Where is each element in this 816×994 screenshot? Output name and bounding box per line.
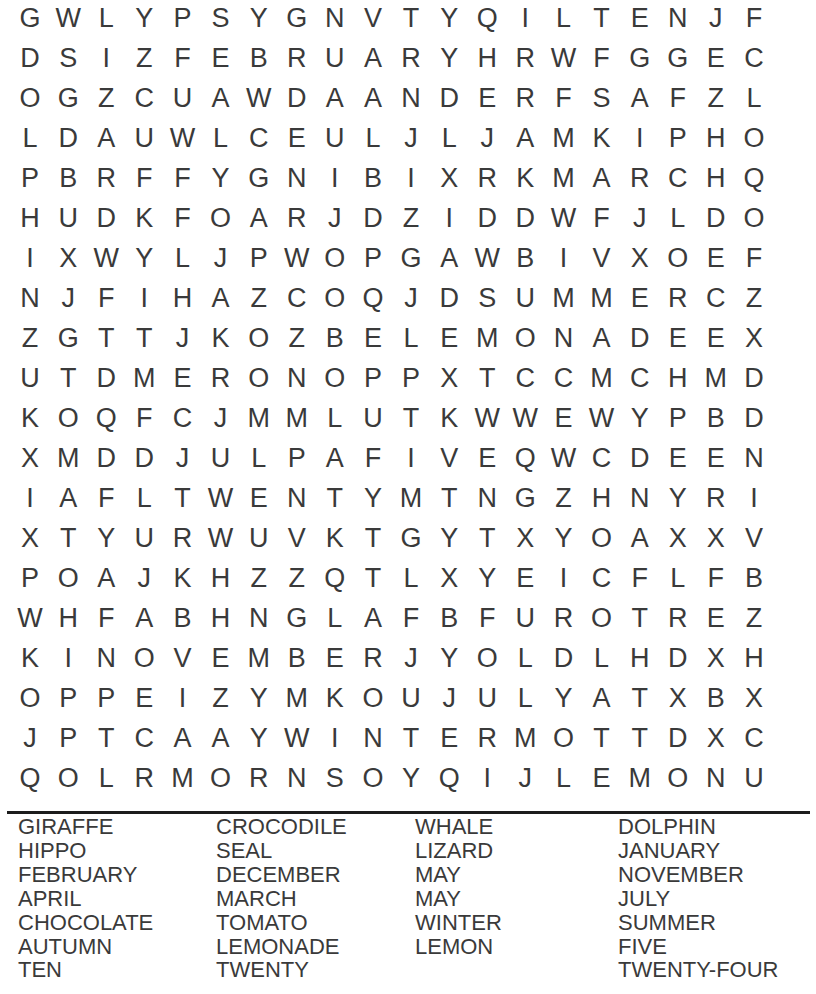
grid-cell[interactable]: D: [49, 118, 87, 158]
grid-cell[interactable]: W: [240, 78, 278, 118]
grid-cell[interactable]: X: [430, 558, 468, 598]
grid-cell[interactable]: P: [354, 358, 392, 398]
grid-cell[interactable]: I: [392, 158, 430, 198]
grid-cell[interactable]: F: [125, 158, 163, 198]
grid-cell[interactable]: O: [582, 598, 620, 638]
grid-cell[interactable]: Y: [430, 638, 468, 678]
grid-cell[interactable]: A: [621, 518, 659, 558]
grid-cell[interactable]: P: [392, 358, 430, 398]
grid-cell[interactable]: L: [354, 118, 392, 158]
grid-cell[interactable]: T: [49, 518, 87, 558]
grid-cell[interactable]: W: [468, 238, 506, 278]
grid-cell[interactable]: F: [163, 198, 201, 238]
grid-cell[interactable]: A: [87, 558, 125, 598]
grid-cell[interactable]: A: [49, 478, 87, 518]
grid-cell[interactable]: M: [240, 638, 278, 678]
grid-cell[interactable]: Z: [11, 318, 49, 358]
grid-cell[interactable]: Q: [430, 758, 468, 798]
grid-cell[interactable]: R: [468, 718, 506, 758]
grid-cell[interactable]: D: [125, 438, 163, 478]
grid-cell[interactable]: D: [735, 398, 773, 438]
grid-cell[interactable]: M: [163, 758, 201, 798]
grid-cell[interactable]: C: [697, 278, 735, 318]
grid-cell[interactable]: C: [735, 38, 773, 78]
grid-cell[interactable]: K: [430, 398, 468, 438]
grid-cell[interactable]: U: [49, 198, 87, 238]
grid-cell[interactable]: R: [87, 158, 125, 198]
grid-cell[interactable]: I: [316, 158, 354, 198]
grid-cell[interactable]: Z: [87, 78, 125, 118]
grid-cell[interactable]: P: [11, 158, 49, 198]
grid-cell[interactable]: L: [735, 78, 773, 118]
grid-cell[interactable]: U: [468, 678, 506, 718]
grid-cell[interactable]: E: [354, 318, 392, 358]
grid-cell[interactable]: L: [125, 478, 163, 518]
grid-cell[interactable]: D: [621, 318, 659, 358]
grid-cell[interactable]: Y: [240, 718, 278, 758]
grid-cell[interactable]: B: [278, 638, 316, 678]
grid-cell[interactable]: Z: [735, 278, 773, 318]
grid-cell[interactable]: G: [278, 0, 316, 38]
grid-cell[interactable]: P: [354, 238, 392, 278]
grid-cell[interactable]: R: [354, 638, 392, 678]
grid-cell[interactable]: D: [87, 198, 125, 238]
grid-cell[interactable]: L: [163, 238, 201, 278]
grid-cell[interactable]: X: [11, 518, 49, 558]
grid-cell[interactable]: N: [621, 478, 659, 518]
grid-cell[interactable]: P: [49, 678, 87, 718]
grid-cell[interactable]: O: [316, 238, 354, 278]
grid-cell[interactable]: H: [163, 278, 201, 318]
grid-cell[interactable]: F: [621, 558, 659, 598]
grid-cell[interactable]: O: [49, 558, 87, 598]
grid-cell[interactable]: C: [582, 438, 620, 478]
grid-cell[interactable]: I: [544, 558, 582, 598]
grid-cell[interactable]: G: [392, 518, 430, 558]
grid-cell[interactable]: Y: [240, 678, 278, 718]
grid-cell[interactable]: L: [316, 598, 354, 638]
grid-cell[interactable]: C: [582, 558, 620, 598]
grid-cell[interactable]: O: [544, 718, 582, 758]
grid-cell[interactable]: O: [735, 118, 773, 158]
grid-cell[interactable]: I: [544, 238, 582, 278]
grid-cell[interactable]: U: [392, 678, 430, 718]
grid-cell[interactable]: M: [506, 718, 544, 758]
grid-cell[interactable]: F: [163, 38, 201, 78]
grid-cell[interactable]: X: [697, 518, 735, 558]
grid-cell[interactable]: A: [582, 318, 620, 358]
grid-cell[interactable]: K: [163, 558, 201, 598]
grid-cell[interactable]: G: [506, 478, 544, 518]
grid-cell[interactable]: J: [125, 558, 163, 598]
grid-cell[interactable]: K: [316, 678, 354, 718]
grid-cell[interactable]: T: [392, 398, 430, 438]
grid-cell[interactable]: J: [163, 318, 201, 358]
grid-cell[interactable]: W: [49, 0, 87, 38]
grid-cell[interactable]: E: [468, 438, 506, 478]
grid-cell[interactable]: F: [87, 598, 125, 638]
grid-cell[interactable]: C: [163, 398, 201, 438]
grid-cell[interactable]: C: [125, 718, 163, 758]
grid-cell[interactable]: C: [621, 358, 659, 398]
grid-cell[interactable]: A: [201, 278, 239, 318]
grid-cell[interactable]: M: [278, 678, 316, 718]
grid-cell[interactable]: N: [278, 758, 316, 798]
grid-cell[interactable]: D: [87, 358, 125, 398]
grid-cell[interactable]: U: [316, 38, 354, 78]
grid-cell[interactable]: K: [316, 518, 354, 558]
grid-cell[interactable]: C: [659, 158, 697, 198]
grid-cell[interactable]: P: [278, 438, 316, 478]
grid-cell[interactable]: D: [278, 78, 316, 118]
grid-cell[interactable]: E: [125, 678, 163, 718]
grid-cell[interactable]: P: [659, 118, 697, 158]
grid-cell[interactable]: G: [278, 598, 316, 638]
grid-cell[interactable]: O: [49, 398, 87, 438]
grid-cell[interactable]: L: [87, 0, 125, 38]
grid-cell[interactable]: A: [163, 718, 201, 758]
grid-cell[interactable]: B: [240, 38, 278, 78]
grid-cell[interactable]: B: [163, 598, 201, 638]
grid-cell[interactable]: Q: [735, 158, 773, 198]
grid-cell[interactable]: H: [621, 638, 659, 678]
grid-cell[interactable]: W: [506, 398, 544, 438]
grid-cell[interactable]: D: [659, 718, 697, 758]
grid-cell[interactable]: H: [697, 158, 735, 198]
grid-cell[interactable]: N: [735, 438, 773, 478]
grid-cell[interactable]: F: [735, 238, 773, 278]
grid-cell[interactable]: W: [544, 438, 582, 478]
grid-cell[interactable]: K: [201, 318, 239, 358]
grid-cell[interactable]: J: [201, 238, 239, 278]
grid-cell[interactable]: O: [506, 318, 544, 358]
grid-cell[interactable]: H: [49, 598, 87, 638]
grid-cell[interactable]: L: [430, 118, 468, 158]
grid-cell[interactable]: E: [621, 0, 659, 38]
grid-cell[interactable]: E: [430, 718, 468, 758]
grid-cell[interactable]: H: [201, 558, 239, 598]
grid-cell[interactable]: C: [240, 118, 278, 158]
grid-cell[interactable]: H: [582, 478, 620, 518]
grid-cell[interactable]: G: [49, 78, 87, 118]
grid-cell[interactable]: B: [735, 558, 773, 598]
grid-cell[interactable]: M: [49, 438, 87, 478]
grid-cell[interactable]: O: [11, 78, 49, 118]
grid-cell[interactable]: Z: [735, 598, 773, 638]
grid-cell[interactable]: U: [240, 518, 278, 558]
grid-cell[interactable]: S: [201, 0, 239, 38]
grid-cell[interactable]: H: [468, 38, 506, 78]
grid-cell[interactable]: D: [544, 638, 582, 678]
grid-cell[interactable]: L: [87, 758, 125, 798]
grid-cell[interactable]: O: [735, 198, 773, 238]
grid-cell[interactable]: S: [49, 38, 87, 78]
grid-cell[interactable]: Q: [506, 438, 544, 478]
grid-cell[interactable]: P: [163, 0, 201, 38]
grid-cell[interactable]: D: [735, 358, 773, 398]
grid-cell[interactable]: L: [11, 118, 49, 158]
grid-cell[interactable]: N: [278, 158, 316, 198]
grid-cell[interactable]: Y: [544, 678, 582, 718]
grid-cell[interactable]: P: [49, 718, 87, 758]
grid-cell[interactable]: N: [240, 598, 278, 638]
grid-cell[interactable]: R: [506, 38, 544, 78]
grid-cell[interactable]: A: [316, 438, 354, 478]
grid-cell[interactable]: D: [659, 638, 697, 678]
grid-cell[interactable]: L: [506, 638, 544, 678]
grid-cell[interactable]: Y: [544, 518, 582, 558]
grid-cell[interactable]: P: [87, 678, 125, 718]
grid-cell[interactable]: A: [354, 598, 392, 638]
grid-cell[interactable]: P: [659, 398, 697, 438]
grid-cell[interactable]: E: [697, 238, 735, 278]
grid-cell[interactable]: D: [11, 38, 49, 78]
grid-cell[interactable]: J: [49, 278, 87, 318]
grid-cell[interactable]: L: [659, 558, 697, 598]
grid-cell[interactable]: N: [468, 478, 506, 518]
grid-cell[interactable]: Y: [659, 478, 697, 518]
grid-cell[interactable]: E: [506, 558, 544, 598]
grid-cell[interactable]: J: [11, 718, 49, 758]
grid-cell[interactable]: R: [659, 598, 697, 638]
grid-cell[interactable]: X: [430, 158, 468, 198]
grid-cell[interactable]: E: [430, 318, 468, 358]
grid-cell[interactable]: B: [506, 238, 544, 278]
grid-cell[interactable]: E: [240, 478, 278, 518]
grid-cell[interactable]: Z: [278, 318, 316, 358]
grid-cell[interactable]: C: [125, 78, 163, 118]
grid-cell[interactable]: E: [201, 38, 239, 78]
grid-cell[interactable]: K: [506, 158, 544, 198]
grid-cell[interactable]: X: [430, 358, 468, 398]
grid-cell[interactable]: B: [316, 318, 354, 358]
grid-cell[interactable]: Y: [392, 758, 430, 798]
grid-cell[interactable]: E: [697, 598, 735, 638]
grid-cell[interactable]: D: [621, 438, 659, 478]
grid-cell[interactable]: N: [278, 478, 316, 518]
grid-cell[interactable]: N: [544, 318, 582, 358]
grid-cell[interactable]: B: [430, 598, 468, 638]
grid-cell[interactable]: R: [544, 598, 582, 638]
grid-cell[interactable]: T: [392, 718, 430, 758]
grid-cell[interactable]: P: [240, 238, 278, 278]
grid-cell[interactable]: K: [11, 638, 49, 678]
grid-cell[interactable]: I: [430, 198, 468, 238]
grid-cell[interactable]: Z: [240, 278, 278, 318]
grid-cell[interactable]: N: [87, 638, 125, 678]
grid-cell[interactable]: I: [87, 38, 125, 78]
grid-cell[interactable]: F: [125, 398, 163, 438]
grid-cell[interactable]: N: [11, 278, 49, 318]
grid-cell[interactable]: S: [468, 278, 506, 318]
grid-cell[interactable]: Y: [430, 518, 468, 558]
grid-cell[interactable]: J: [163, 438, 201, 478]
grid-cell[interactable]: W: [468, 398, 506, 438]
grid-cell[interactable]: A: [506, 118, 544, 158]
grid-cell[interactable]: X: [697, 638, 735, 678]
grid-cell[interactable]: Y: [240, 0, 278, 38]
grid-cell[interactable]: E: [659, 318, 697, 358]
grid-cell[interactable]: N: [316, 0, 354, 38]
grid-cell[interactable]: I: [392, 438, 430, 478]
grid-cell[interactable]: R: [659, 278, 697, 318]
grid-cell[interactable]: T: [468, 358, 506, 398]
grid-cell[interactable]: T: [316, 478, 354, 518]
grid-cell[interactable]: V: [163, 638, 201, 678]
grid-cell[interactable]: O: [49, 758, 87, 798]
grid-cell[interactable]: J: [506, 758, 544, 798]
grid-cell[interactable]: C: [735, 718, 773, 758]
grid-cell[interactable]: Y: [468, 558, 506, 598]
grid-cell[interactable]: K: [582, 118, 620, 158]
grid-cell[interactable]: F: [468, 598, 506, 638]
grid-cell[interactable]: R: [278, 198, 316, 238]
grid-cell[interactable]: M: [582, 358, 620, 398]
grid-cell[interactable]: D: [697, 198, 735, 238]
grid-cell[interactable]: U: [354, 398, 392, 438]
grid-cell[interactable]: W: [544, 38, 582, 78]
grid-cell[interactable]: F: [697, 558, 735, 598]
grid-cell[interactable]: T: [49, 358, 87, 398]
grid-cell[interactable]: T: [582, 718, 620, 758]
grid-cell[interactable]: I: [125, 278, 163, 318]
grid-cell[interactable]: O: [240, 318, 278, 358]
grid-cell[interactable]: Y: [621, 398, 659, 438]
grid-cell[interactable]: E: [621, 278, 659, 318]
grid-cell[interactable]: C: [278, 278, 316, 318]
grid-cell[interactable]: P: [11, 558, 49, 598]
grid-cell[interactable]: E: [697, 38, 735, 78]
grid-cell[interactable]: U: [163, 78, 201, 118]
grid-cell[interactable]: Z: [125, 38, 163, 78]
grid-cell[interactable]: X: [621, 238, 659, 278]
grid-cell[interactable]: G: [392, 238, 430, 278]
grid-cell[interactable]: Z: [392, 198, 430, 238]
grid-cell[interactable]: F: [163, 158, 201, 198]
grid-cell[interactable]: U: [316, 118, 354, 158]
grid-cell[interactable]: W: [544, 198, 582, 238]
grid-cell[interactable]: W: [278, 238, 316, 278]
grid-cell[interactable]: O: [354, 758, 392, 798]
grid-cell[interactable]: X: [735, 678, 773, 718]
grid-cell[interactable]: Y: [201, 158, 239, 198]
grid-cell[interactable]: Z: [697, 78, 735, 118]
grid-cell[interactable]: D: [354, 198, 392, 238]
grid-cell[interactable]: I: [506, 0, 544, 38]
grid-cell[interactable]: B: [354, 158, 392, 198]
grid-cell[interactable]: V: [354, 0, 392, 38]
grid-cell[interactable]: T: [430, 478, 468, 518]
grid-cell[interactable]: F: [582, 198, 620, 238]
grid-cell[interactable]: U: [125, 118, 163, 158]
grid-cell[interactable]: R: [392, 38, 430, 78]
grid-cell[interactable]: K: [125, 198, 163, 238]
grid-cell[interactable]: A: [354, 38, 392, 78]
grid-cell[interactable]: F: [354, 438, 392, 478]
grid-cell[interactable]: M: [278, 398, 316, 438]
grid-cell[interactable]: B: [49, 158, 87, 198]
grid-cell[interactable]: W: [278, 718, 316, 758]
grid-cell[interactable]: Y: [125, 0, 163, 38]
grid-cell[interactable]: H: [11, 198, 49, 238]
grid-cell[interactable]: O: [11, 678, 49, 718]
grid-cell[interactable]: E: [582, 758, 620, 798]
grid-cell[interactable]: X: [506, 518, 544, 558]
grid-cell[interactable]: G: [621, 38, 659, 78]
grid-cell[interactable]: W: [87, 238, 125, 278]
grid-cell[interactable]: E: [278, 118, 316, 158]
grid-cell[interactable]: H: [659, 358, 697, 398]
grid-cell[interactable]: Y: [87, 518, 125, 558]
grid-cell[interactable]: I: [621, 118, 659, 158]
grid-cell[interactable]: X: [659, 518, 697, 558]
grid-cell[interactable]: Z: [544, 478, 582, 518]
grid-cell[interactable]: X: [49, 238, 87, 278]
grid-cell[interactable]: E: [697, 318, 735, 358]
grid-cell[interactable]: J: [430, 678, 468, 718]
grid-cell[interactable]: F: [87, 278, 125, 318]
grid-cell[interactable]: F: [392, 598, 430, 638]
grid-cell[interactable]: O: [354, 678, 392, 718]
grid-cell[interactable]: R: [697, 478, 735, 518]
grid-cell[interactable]: L: [392, 558, 430, 598]
grid-cell[interactable]: T: [582, 0, 620, 38]
grid-cell[interactable]: A: [582, 678, 620, 718]
grid-cell[interactable]: X: [697, 718, 735, 758]
grid-cell[interactable]: L: [240, 438, 278, 478]
grid-cell[interactable]: A: [621, 78, 659, 118]
grid-cell[interactable]: L: [201, 118, 239, 158]
grid-cell[interactable]: A: [316, 78, 354, 118]
grid-cell[interactable]: I: [11, 238, 49, 278]
grid-cell[interactable]: I: [11, 478, 49, 518]
grid-cell[interactable]: Q: [316, 558, 354, 598]
grid-cell[interactable]: X: [735, 318, 773, 358]
grid-cell[interactable]: G: [659, 38, 697, 78]
grid-cell[interactable]: T: [468, 518, 506, 558]
grid-cell[interactable]: O: [582, 518, 620, 558]
grid-cell[interactable]: I: [163, 678, 201, 718]
grid-cell[interactable]: A: [87, 118, 125, 158]
grid-cell[interactable]: G: [240, 158, 278, 198]
grid-cell[interactable]: M: [544, 278, 582, 318]
grid-cell[interactable]: I: [316, 718, 354, 758]
grid-cell[interactable]: N: [659, 0, 697, 38]
grid-cell[interactable]: J: [468, 118, 506, 158]
grid-cell[interactable]: L: [506, 678, 544, 718]
grid-cell[interactable]: C: [544, 358, 582, 398]
grid-cell[interactable]: T: [621, 718, 659, 758]
grid-cell[interactable]: D: [87, 438, 125, 478]
grid-cell[interactable]: R: [468, 158, 506, 198]
grid-cell[interactable]: T: [125, 318, 163, 358]
grid-cell[interactable]: V: [582, 238, 620, 278]
grid-cell[interactable]: N: [392, 78, 430, 118]
grid-cell[interactable]: R: [163, 518, 201, 558]
grid-cell[interactable]: A: [354, 78, 392, 118]
grid-cell[interactable]: W: [163, 118, 201, 158]
grid-cell[interactable]: S: [582, 78, 620, 118]
grid-cell[interactable]: G: [11, 0, 49, 38]
grid-cell[interactable]: T: [163, 478, 201, 518]
grid-cell[interactable]: R: [621, 158, 659, 198]
grid-cell[interactable]: I: [49, 638, 87, 678]
grid-cell[interactable]: D: [506, 198, 544, 238]
grid-cell[interactable]: H: [735, 638, 773, 678]
grid-cell[interactable]: Y: [354, 478, 392, 518]
grid-cell[interactable]: B: [697, 678, 735, 718]
grid-cell[interactable]: Z: [278, 558, 316, 598]
